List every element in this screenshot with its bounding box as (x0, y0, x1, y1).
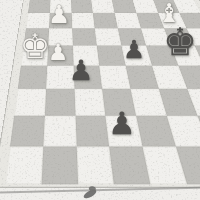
piece-white-pawn-b5[interactable]: ♟ (48, 41, 69, 64)
piece-white-pawn-b7[interactable]: ♟ (48, 2, 70, 27)
piece-black-pawn-d2[interactable]: ♟ (108, 108, 136, 139)
piece-black-pawn-c4[interactable]: ♟ (68, 57, 93, 85)
piece-black-king-g5[interactable]: ♚ (163, 23, 197, 61)
pieces-layer: ♟♝♚♟♟♚♟♟ (0, 0, 200, 200)
piece-black-pawn-e5[interactable]: ♟ (123, 37, 145, 62)
chessboard-photo: ♟♝♚♟♟♚♟♟ (0, 0, 200, 200)
piece-white-king-a5[interactable]: ♚ (20, 29, 50, 63)
